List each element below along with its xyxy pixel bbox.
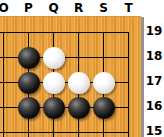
row-label-17: 17: [144, 73, 164, 89]
column-label-T: T: [119, 0, 139, 16]
stone-black-R16: [68, 97, 90, 119]
row-label-18: 18: [144, 48, 164, 64]
grid-line-vertical-O: [3, 32, 4, 137]
stone-white-S17: [93, 72, 115, 94]
go-board-app: OPQRST 1918171615: [0, 0, 164, 137]
grid-line-horizontal-19: [0, 32, 129, 33]
column-label-R: R: [69, 0, 89, 16]
go-board[interactable]: [0, 16, 141, 137]
column-label-O: O: [0, 0, 14, 16]
stone-white-Q18: [43, 47, 65, 69]
column-label-P: P: [19, 0, 39, 16]
stone-black-P17: [18, 72, 40, 94]
stone-black-S16: [93, 97, 115, 119]
column-label-Q: Q: [44, 0, 64, 16]
column-label-S: S: [94, 0, 114, 16]
row-label-15: 15: [144, 123, 164, 137]
stone-black-P18: [18, 47, 40, 69]
stone-black-Q16: [43, 97, 65, 119]
row-label-16: 16: [144, 98, 164, 114]
grid-line-vertical-T: [128, 32, 129, 137]
row-label-19: 19: [144, 23, 164, 39]
stone-white-Q17: [43, 72, 65, 94]
stone-white-R17: [68, 72, 90, 94]
grid-line-horizontal-15: [0, 132, 129, 133]
stone-black-P16: [18, 97, 40, 119]
